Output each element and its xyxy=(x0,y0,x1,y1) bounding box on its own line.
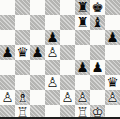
square-d2[interactable] xyxy=(45,90,60,105)
piece-black-rook: ♜ xyxy=(76,0,88,15)
square-a8[interactable] xyxy=(0,0,15,15)
piece-white-pawn: ♙ xyxy=(46,45,58,60)
piece-black-pawn: ♟ xyxy=(91,60,103,75)
piece-white-pawn: ♙ xyxy=(46,75,58,90)
chess-board-grid: ♜♚♜♝♟♟♟♛♟♙♟♟♙♛♙♗♙♙♙♖♖♔ xyxy=(0,0,120,119)
square-h6[interactable]: ♟ xyxy=(105,30,120,45)
square-a5[interactable]: ♟ xyxy=(0,45,15,60)
piece-black-pawn: ♟ xyxy=(1,45,13,60)
piece-white-pawn: ♙ xyxy=(61,90,73,105)
square-c7[interactable] xyxy=(30,15,45,30)
square-g6[interactable] xyxy=(90,30,105,45)
square-e5[interactable] xyxy=(60,45,75,60)
piece-black-rook: ♜ xyxy=(76,15,88,30)
piece-black-queen: ♛ xyxy=(16,45,28,60)
square-a4[interactable] xyxy=(0,60,15,75)
square-e2[interactable]: ♙ xyxy=(60,90,75,105)
square-c8[interactable] xyxy=(30,0,45,15)
square-e7[interactable] xyxy=(60,15,75,30)
chess-board: ♜♚♜♝♟♟♟♛♟♙♟♟♙♛♙♗♙♙♙♖♖♔ xyxy=(0,0,120,119)
piece-black-pawn: ♟ xyxy=(46,30,58,45)
piece-white-pawn: ♙ xyxy=(76,90,88,105)
square-b8[interactable] xyxy=(15,0,30,15)
square-g7[interactable]: ♝ xyxy=(90,15,105,30)
board-bottom-edge xyxy=(0,117,120,119)
square-c2[interactable] xyxy=(30,90,45,105)
square-e6[interactable] xyxy=(60,30,75,45)
square-e4[interactable] xyxy=(60,60,75,75)
square-c3[interactable] xyxy=(30,75,45,90)
square-c4[interactable] xyxy=(30,60,45,75)
square-b5[interactable]: ♛ xyxy=(15,45,30,60)
square-e8[interactable] xyxy=(60,0,75,15)
piece-black-pawn: ♟ xyxy=(106,30,118,45)
square-h8[interactable] xyxy=(105,0,120,15)
square-f7[interactable]: ♜ xyxy=(75,15,90,30)
square-d3[interactable]: ♙ xyxy=(45,75,60,90)
piece-white-pawn: ♙ xyxy=(1,90,13,105)
square-a2[interactable]: ♙ xyxy=(0,90,15,105)
piece-black-bishop: ♝ xyxy=(91,15,103,30)
piece-black-pawn: ♟ xyxy=(31,45,43,60)
square-f6[interactable] xyxy=(75,30,90,45)
square-h5[interactable] xyxy=(105,45,120,60)
piece-black-pawn: ♟ xyxy=(76,60,88,75)
piece-black-king: ♚ xyxy=(91,0,103,15)
square-g3[interactable] xyxy=(90,75,105,90)
piece-white-pawn: ♙ xyxy=(106,90,118,105)
square-b4[interactable] xyxy=(15,60,30,75)
piece-black-queen: ♛ xyxy=(106,75,118,90)
square-g4[interactable]: ♟ xyxy=(90,60,105,75)
square-c5[interactable]: ♟ xyxy=(30,45,45,60)
square-d5[interactable]: ♙ xyxy=(45,45,60,60)
square-f4[interactable]: ♟ xyxy=(75,60,90,75)
square-h2[interactable]: ♙ xyxy=(105,90,120,105)
square-b7[interactable] xyxy=(15,15,30,30)
square-a7[interactable] xyxy=(0,15,15,30)
square-d8[interactable] xyxy=(45,0,60,15)
piece-white-bishop: ♗ xyxy=(16,90,28,105)
